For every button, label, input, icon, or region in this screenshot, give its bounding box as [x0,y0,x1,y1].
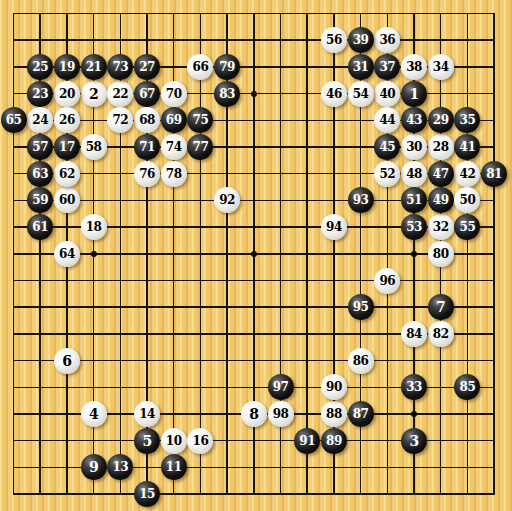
white-stone-36[interactable]: 36 [374,27,400,53]
white-stone-46[interactable]: 46 [321,81,347,107]
white-stone-96[interactable]: 96 [374,268,400,294]
white-stone-16[interactable]: 16 [187,428,213,454]
white-stone-52[interactable]: 52 [374,161,400,187]
black-stone-65[interactable]: 65 [1,107,27,133]
white-stone-30[interactable]: 30 [401,134,427,160]
white-stone-10[interactable]: 10 [161,428,187,454]
grid-line-horizontal [13,493,495,495]
black-stone-15[interactable]: 15 [134,481,160,507]
white-stone-26[interactable]: 26 [54,107,80,133]
grid-line-vertical [306,13,308,495]
white-stone-48[interactable]: 48 [401,161,427,187]
black-stone-21[interactable]: 21 [81,54,107,80]
grid-line-vertical [493,13,495,495]
grid-line-horizontal [13,306,495,308]
white-stone-38[interactable]: 38 [401,54,427,80]
black-stone-31[interactable]: 31 [348,54,374,80]
black-stone-73[interactable]: 73 [107,54,133,80]
black-stone-13[interactable]: 13 [107,454,133,480]
white-stone-86[interactable]: 86 [348,348,374,374]
white-stone-78[interactable]: 78 [161,161,187,187]
white-stone-40[interactable]: 40 [374,81,400,107]
black-stone-83[interactable]: 83 [214,81,240,107]
white-stone-44[interactable]: 44 [374,107,400,133]
black-stone-95[interactable]: 95 [348,294,374,320]
black-stone-53[interactable]: 53 [401,214,427,240]
white-stone-74[interactable]: 74 [161,134,187,160]
black-stone-37[interactable]: 37 [374,54,400,80]
black-stone-57[interactable]: 57 [27,134,53,160]
go-board[interactable]: 1234567891011131415161718192021222324252… [0,0,512,511]
white-stone-98[interactable]: 98 [268,401,294,427]
black-stone-91[interactable]: 91 [294,428,320,454]
white-stone-22[interactable]: 22 [107,81,133,107]
black-stone-25[interactable]: 25 [27,54,53,80]
black-stone-5[interactable]: 5 [134,428,160,454]
white-stone-54[interactable]: 54 [348,81,374,107]
black-stone-71[interactable]: 71 [134,134,160,160]
black-stone-81[interactable]: 81 [481,161,507,187]
black-stone-7[interactable]: 7 [428,294,454,320]
star-point [251,251,257,257]
white-stone-94[interactable]: 94 [321,214,347,240]
white-stone-90[interactable]: 90 [321,374,347,400]
white-stone-20[interactable]: 20 [54,81,80,107]
white-stone-82[interactable]: 82 [428,321,454,347]
white-stone-58[interactable]: 58 [81,134,107,160]
white-stone-84[interactable]: 84 [401,321,427,347]
white-stone-6[interactable]: 6 [54,348,80,374]
black-stone-97[interactable]: 97 [268,374,294,400]
black-stone-33[interactable]: 33 [401,374,427,400]
black-stone-3[interactable]: 3 [401,428,427,454]
white-stone-32[interactable]: 32 [428,214,454,240]
white-stone-34[interactable]: 34 [428,54,454,80]
black-stone-61[interactable]: 61 [27,214,53,240]
black-stone-75[interactable]: 75 [187,107,213,133]
white-stone-42[interactable]: 42 [454,161,480,187]
star-point [91,251,97,257]
grid-line-horizontal [13,360,495,362]
black-stone-39[interactable]: 39 [348,27,374,53]
grid-line-vertical [467,13,469,495]
black-stone-59[interactable]: 59 [27,187,53,213]
black-stone-45[interactable]: 45 [374,134,400,160]
black-stone-55[interactable]: 55 [454,214,480,240]
black-stone-89[interactable]: 89 [321,428,347,454]
white-stone-72[interactable]: 72 [107,107,133,133]
white-stone-60[interactable]: 60 [54,187,80,213]
black-stone-11[interactable]: 11 [161,454,187,480]
white-stone-62[interactable]: 62 [54,161,80,187]
black-stone-41[interactable]: 41 [454,134,480,160]
white-stone-4[interactable]: 4 [81,401,107,427]
white-stone-80[interactable]: 80 [428,241,454,267]
white-stone-14[interactable]: 14 [134,401,160,427]
black-stone-47[interactable]: 47 [428,161,454,187]
white-stone-64[interactable]: 64 [54,241,80,267]
black-stone-77[interactable]: 77 [187,134,213,160]
white-stone-2[interactable]: 2 [81,81,107,107]
black-stone-79[interactable]: 79 [214,54,240,80]
black-stone-17[interactable]: 17 [54,134,80,160]
white-stone-24[interactable]: 24 [27,107,53,133]
black-stone-9[interactable]: 9 [81,454,107,480]
white-stone-8[interactable]: 8 [241,401,267,427]
white-stone-56[interactable]: 56 [321,27,347,53]
black-stone-85[interactable]: 85 [454,374,480,400]
white-stone-92[interactable]: 92 [214,187,240,213]
black-stone-29[interactable]: 29 [428,107,454,133]
black-stone-69[interactable]: 69 [161,107,187,133]
black-stone-23[interactable]: 23 [27,81,53,107]
black-stone-19[interactable]: 19 [54,54,80,80]
star-point [251,91,257,97]
white-stone-88[interactable]: 88 [321,401,347,427]
black-stone-35[interactable]: 35 [454,107,480,133]
white-stone-28[interactable]: 28 [428,134,454,160]
black-stone-93[interactable]: 93 [348,187,374,213]
black-stone-27[interactable]: 27 [134,54,160,80]
white-stone-76[interactable]: 76 [134,161,160,187]
white-stone-66[interactable]: 66 [187,54,213,80]
star-point [411,251,417,257]
white-stone-68[interactable]: 68 [134,107,160,133]
black-stone-67[interactable]: 67 [134,81,160,107]
grid-line-horizontal [13,280,495,282]
black-stone-51[interactable]: 51 [401,187,427,213]
black-stone-87[interactable]: 87 [348,401,374,427]
star-point [411,411,417,417]
white-stone-50[interactable]: 50 [454,187,480,213]
black-stone-43[interactable]: 43 [401,107,427,133]
black-stone-1[interactable]: 1 [401,81,427,107]
white-stone-18[interactable]: 18 [81,214,107,240]
black-stone-63[interactable]: 63 [27,161,53,187]
white-stone-70[interactable]: 70 [161,81,187,107]
black-stone-49[interactable]: 49 [428,187,454,213]
